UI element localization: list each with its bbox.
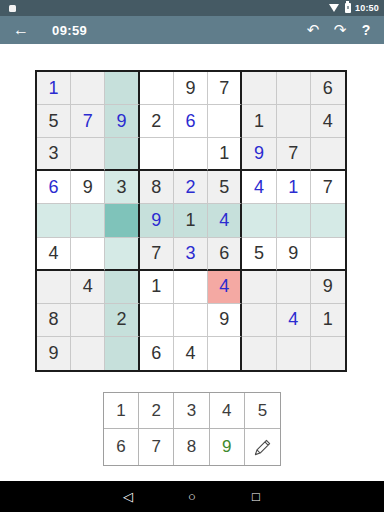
numpad-6[interactable]: 6 <box>104 429 139 465</box>
cell-r4c3[interactable]: 3 <box>105 171 139 204</box>
user-digit: 1 <box>49 78 59 99</box>
user-digit: 4 <box>254 177 264 198</box>
given-digit: 4 <box>185 343 195 364</box>
cell-r2c9[interactable]: 4 <box>311 105 345 138</box>
cell-r2c1[interactable]: 5 <box>37 105 71 138</box>
cell-r4c4[interactable]: 8 <box>140 171 174 204</box>
cell-r8c6[interactable]: 9 <box>208 304 242 337</box>
given-digit: 9 <box>83 177 93 198</box>
given-digit: 5 <box>49 111 59 132</box>
numpad-5[interactable]: 5 <box>245 393 280 429</box>
cell-r2c3[interactable]: 9 <box>105 105 139 138</box>
cell-r9c7[interactable] <box>242 337 276 370</box>
cell-r8c7[interactable] <box>242 304 276 337</box>
numpad-3[interactable]: 3 <box>174 393 209 429</box>
given-digit: 8 <box>49 309 59 330</box>
numpad-4[interactable]: 4 <box>210 393 245 429</box>
cell-r8c1[interactable]: 8 <box>37 304 71 337</box>
cell-r1c3[interactable] <box>105 72 139 105</box>
cell-r5c4[interactable]: 9 <box>140 204 174 237</box>
cell-r8c8[interactable]: 4 <box>277 304 311 337</box>
status-bar: 10:50 <box>0 0 384 16</box>
given-digit: 9 <box>49 343 59 364</box>
cell-r6c1[interactable]: 4 <box>37 238 71 271</box>
cell-r7c8[interactable] <box>277 271 311 304</box>
cell-r8c9[interactable]: 1 <box>311 304 345 337</box>
wifi-icon <box>329 4 339 12</box>
given-digit: 6 <box>219 243 229 264</box>
cell-r5c7[interactable] <box>242 204 276 237</box>
cell-r4c9[interactable]: 7 <box>311 171 345 204</box>
given-digit: 1 <box>254 111 264 132</box>
cell-r7c1[interactable] <box>37 271 71 304</box>
cell-r9c6[interactable] <box>208 337 242 370</box>
given-digit: 4 <box>323 111 333 132</box>
cell-r8c5[interactable] <box>174 304 208 337</box>
cell-r1c1[interactable]: 1 <box>37 72 71 105</box>
given-digit: 6 <box>151 343 161 364</box>
cell-r6c7[interactable]: 5 <box>242 238 276 271</box>
number-pad: 123456789 <box>103 392 281 466</box>
cell-r3c1[interactable]: 3 <box>37 138 71 171</box>
cell-r4c8[interactable]: 1 <box>277 171 311 204</box>
cell-r5c8[interactable] <box>277 204 311 237</box>
given-digit: 8 <box>151 177 161 198</box>
cell-r3c6[interactable]: 1 <box>208 138 242 171</box>
cell-r1c6[interactable]: 7 <box>208 72 242 105</box>
cell-r9c5[interactable]: 4 <box>174 337 208 370</box>
cell-r9c3[interactable] <box>105 337 139 370</box>
given-digit: 2 <box>117 309 127 330</box>
given-digit: 9 <box>288 243 298 264</box>
given-digit: 6 <box>323 78 333 99</box>
battery-icon <box>345 3 351 13</box>
cell-r6c3[interactable] <box>105 238 139 271</box>
cell-r4c6[interactable]: 5 <box>208 171 242 204</box>
cell-r2c7[interactable]: 1 <box>242 105 276 138</box>
cell-r4c1[interactable]: 6 <box>37 171 71 204</box>
cell-r9c9[interactable] <box>311 337 345 370</box>
cell-r7c9[interactable]: 9 <box>311 271 345 304</box>
user-digit: 1 <box>288 177 298 198</box>
cell-r2c6[interactable] <box>208 105 242 138</box>
numpad-8[interactable]: 8 <box>174 429 209 465</box>
back-arrow-icon[interactable]: ← <box>13 16 29 44</box>
nav-back-icon[interactable]: ◁ <box>120 481 136 512</box>
cell-r2c5[interactable]: 6 <box>174 105 208 138</box>
cell-r7c2[interactable]: 4 <box>71 271 105 304</box>
cell-r3c7[interactable]: 9 <box>242 138 276 171</box>
given-digit: 7 <box>151 243 161 264</box>
cell-r5c6[interactable]: 4 <box>208 204 242 237</box>
cell-r5c3[interactable] <box>105 204 139 237</box>
cell-r8c3[interactable]: 2 <box>105 304 139 337</box>
cell-r3c5[interactable] <box>174 138 208 171</box>
cell-r3c3[interactable] <box>105 138 139 171</box>
cell-r2c4[interactable]: 2 <box>140 105 174 138</box>
cell-r9c1[interactable]: 9 <box>37 337 71 370</box>
cell-r9c8[interactable] <box>277 337 311 370</box>
user-digit: 7 <box>83 111 93 132</box>
given-digit: 1 <box>185 210 195 231</box>
nav-home-icon[interactable]: ○ <box>184 481 200 512</box>
cell-r2c2[interactable]: 7 <box>71 105 105 138</box>
user-digit: 6 <box>49 177 59 198</box>
cell-r6c9[interactable] <box>311 238 345 271</box>
given-digit: 3 <box>117 177 127 198</box>
user-digit: 4 <box>219 210 229 231</box>
cell-r7c4[interactable]: 1 <box>140 271 174 304</box>
user-digit: 2 <box>185 177 195 198</box>
given-digit: 4 <box>49 243 59 264</box>
user-digit: 4 <box>288 309 298 330</box>
user-digit: 9 <box>151 210 161 231</box>
given-digit: 3 <box>49 143 59 164</box>
nav-recents-icon[interactable]: □ <box>248 481 264 512</box>
user-digit: 4 <box>219 276 229 297</box>
cell-r3c2[interactable] <box>71 138 105 171</box>
cell-r5c2[interactable] <box>71 204 105 237</box>
cell-r7c5[interactable] <box>174 271 208 304</box>
given-digit: 9 <box>185 78 195 99</box>
redo-icon[interactable]: ↷ <box>332 21 348 39</box>
user-digit: 9 <box>254 143 264 164</box>
cell-r1c9[interactable]: 6 <box>311 72 345 105</box>
given-digit: 2 <box>151 111 161 132</box>
given-digit: 7 <box>219 78 229 99</box>
cell-r5c9[interactable] <box>311 204 345 237</box>
cell-r8c4[interactable] <box>140 304 174 337</box>
cell-r6c8[interactable]: 9 <box>277 238 311 271</box>
cell-r5c5[interactable]: 1 <box>174 204 208 237</box>
numpad-7[interactable]: 7 <box>139 429 174 465</box>
pencil-icon[interactable] <box>245 429 280 465</box>
android-nav-bar: ◁ ○ □ <box>0 481 384 512</box>
cell-r6c6[interactable]: 6 <box>208 238 242 271</box>
given-digit: 1 <box>151 276 161 297</box>
cell-r7c6[interactable]: 4 <box>208 271 242 304</box>
given-digit: 5 <box>254 243 264 264</box>
notification-icon <box>9 5 16 12</box>
undo-icon[interactable]: ↶ <box>305 21 321 39</box>
given-digit: 5 <box>219 177 229 198</box>
cell-r4c2[interactable]: 9 <box>71 171 105 204</box>
cell-r1c8[interactable] <box>277 72 311 105</box>
cell-r1c4[interactable] <box>140 72 174 105</box>
help-icon[interactable]: ? <box>359 22 373 38</box>
given-digit: 9 <box>219 309 229 330</box>
cell-r4c7[interactable]: 4 <box>242 171 276 204</box>
cell-r7c7[interactable] <box>242 271 276 304</box>
cell-r6c5[interactable]: 3 <box>174 238 208 271</box>
given-digit: 1 <box>323 309 333 330</box>
cell-r1c2[interactable] <box>71 72 105 105</box>
cell-r2c8[interactable] <box>277 105 311 138</box>
cell-r7c3[interactable] <box>105 271 139 304</box>
cell-r5c1[interactable] <box>37 204 71 237</box>
cell-r9c2[interactable] <box>71 337 105 370</box>
user-digit: 9 <box>117 111 127 132</box>
numpad-2[interactable]: 2 <box>139 393 174 429</box>
cell-r6c4[interactable]: 7 <box>140 238 174 271</box>
cell-r4c5[interactable]: 2 <box>174 171 208 204</box>
cell-r1c7[interactable] <box>242 72 276 105</box>
cell-r3c4[interactable] <box>140 138 174 171</box>
numpad-1[interactable]: 1 <box>104 393 139 429</box>
user-digit: 3 <box>185 243 195 264</box>
given-digit: 7 <box>323 177 333 198</box>
cell-r3c8[interactable]: 7 <box>277 138 311 171</box>
cell-r3c9[interactable] <box>311 138 345 171</box>
given-digit: 1 <box>219 143 229 164</box>
given-digit: 4 <box>83 276 93 297</box>
cell-r6c2[interactable] <box>71 238 105 271</box>
cell-r9c4[interactable]: 6 <box>140 337 174 370</box>
user-digit: 6 <box>185 111 195 132</box>
sudoku-board: 1976579261431976938254179144736594149829… <box>35 70 347 372</box>
status-time: 10:50 <box>355 3 379 13</box>
cell-r1c5[interactable]: 9 <box>174 72 208 105</box>
cell-r8c2[interactable] <box>71 304 105 337</box>
given-digit: 9 <box>323 276 333 297</box>
app-bar: ← 09:59 ↶ ↷ ? <box>0 16 384 44</box>
given-digit: 7 <box>288 143 298 164</box>
game-timer: 09:59 <box>52 23 87 38</box>
numpad-9[interactable]: 9 <box>210 429 245 465</box>
